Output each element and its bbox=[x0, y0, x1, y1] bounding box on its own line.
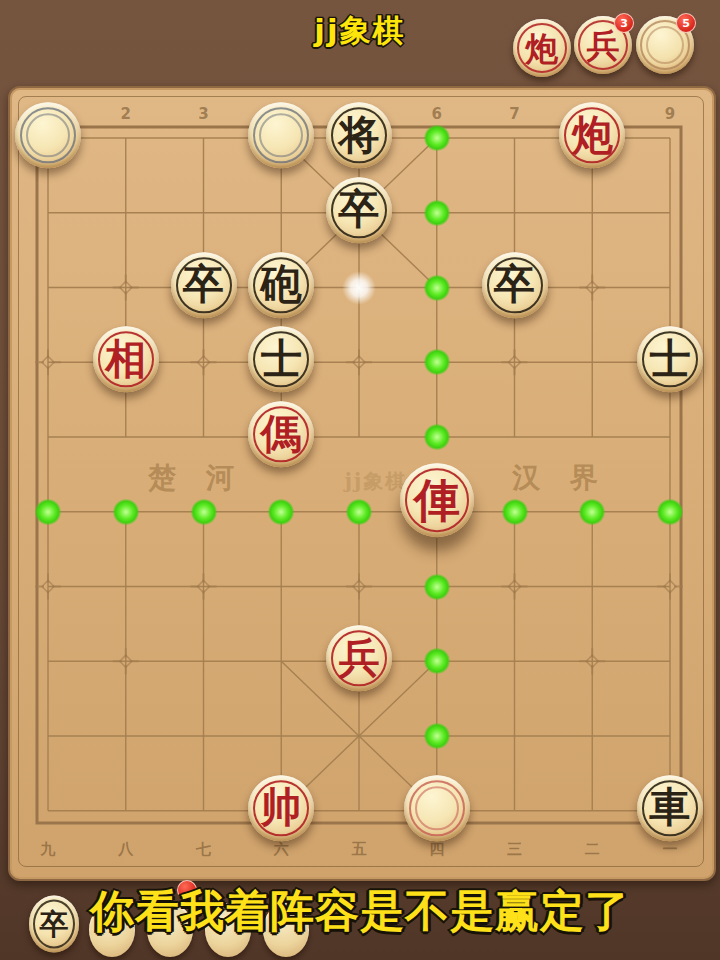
piece-glyph: 将 bbox=[339, 115, 380, 156]
move-target-dot[interactable] bbox=[424, 424, 450, 450]
piece-炮-red[interactable]: 炮 bbox=[559, 102, 625, 168]
move-target-dot[interactable] bbox=[191, 499, 217, 525]
piece-glyph: 卒 bbox=[339, 190, 380, 231]
move-target-dot[interactable] bbox=[346, 499, 372, 525]
piece-glyph: 炮 bbox=[572, 115, 613, 156]
piece-士-black[interactable]: 士 bbox=[248, 327, 314, 393]
facedown-piece-black[interactable] bbox=[248, 102, 314, 168]
file-coordinate-top: 3 bbox=[198, 105, 208, 123]
facedown-piece-red[interactable] bbox=[404, 775, 470, 841]
piece-砲-black[interactable]: 砲 bbox=[248, 252, 314, 318]
river-watermark: jj象棋 bbox=[345, 468, 407, 495]
facedown-piece-black[interactable] bbox=[15, 102, 81, 168]
file-coordinate-top: 7 bbox=[509, 105, 519, 123]
file-coordinate-bottom: 三 bbox=[507, 840, 522, 859]
move-target-dot[interactable] bbox=[424, 574, 450, 600]
piece-glyph: 士 bbox=[261, 339, 302, 380]
move-target-dot[interactable] bbox=[502, 499, 528, 525]
file-coordinate-bottom: 六 bbox=[274, 840, 289, 859]
piece-ring bbox=[409, 780, 465, 836]
move-target-dot[interactable] bbox=[424, 349, 450, 375]
piece-士-black[interactable]: 士 bbox=[637, 327, 703, 393]
move-target-dot[interactable] bbox=[113, 499, 139, 525]
piece-車-black[interactable]: 車 bbox=[637, 775, 703, 841]
app-screen: jj象棋 楚 河 jj象棋 汉 界 123456789九八七六五四三二一将炮卒卒… bbox=[0, 0, 720, 960]
file-coordinate-top: 2 bbox=[121, 105, 131, 123]
piece-俥-red[interactable]: 俥 bbox=[400, 463, 474, 537]
piece-帅-red[interactable]: 帅 bbox=[248, 775, 314, 841]
piece-glyph: 砲 bbox=[261, 264, 302, 305]
piece-glyph: 相 bbox=[105, 339, 146, 380]
last-move-marker bbox=[341, 270, 377, 306]
piece-兵-red[interactable]: 兵 bbox=[326, 626, 392, 692]
piece-卒-black[interactable]: 卒 bbox=[171, 252, 237, 318]
piece-glyph: 卒 bbox=[494, 264, 535, 305]
move-target-dot[interactable] bbox=[424, 200, 450, 226]
move-target-dot[interactable] bbox=[657, 499, 683, 525]
move-target-dot[interactable] bbox=[424, 275, 450, 301]
piece-glyph: 俥 bbox=[414, 477, 460, 523]
file-coordinate-bottom: 五 bbox=[352, 840, 367, 859]
file-coordinate-bottom: 九 bbox=[41, 840, 56, 859]
file-coordinate-bottom: 八 bbox=[118, 840, 133, 859]
piece-将-black[interactable]: 将 bbox=[326, 102, 392, 168]
file-coordinate-bottom: 七 bbox=[196, 840, 211, 859]
caption-text: 你看我着阵容是不是赢定了 bbox=[0, 882, 720, 941]
file-coordinate-bottom: 四 bbox=[429, 840, 444, 859]
piece-ring bbox=[20, 107, 76, 163]
piece-卒-black[interactable]: 卒 bbox=[482, 252, 548, 318]
river-label-left: 楚 河 bbox=[148, 459, 244, 497]
piece-glyph: 帅 bbox=[261, 788, 302, 829]
piece-glyph: 傌 bbox=[261, 414, 302, 455]
move-target-dot[interactable] bbox=[424, 723, 450, 749]
piece-glyph: 車 bbox=[650, 788, 691, 829]
move-target-dot[interactable] bbox=[268, 499, 294, 525]
river-label-right: 汉 界 bbox=[512, 459, 608, 497]
app-title: jj象棋 bbox=[0, 10, 720, 52]
piece-glyph: 士 bbox=[650, 339, 691, 380]
piece-卒-black[interactable]: 卒 bbox=[326, 177, 392, 243]
file-coordinate-bottom: 二 bbox=[585, 840, 600, 859]
move-target-dot[interactable] bbox=[424, 125, 450, 151]
piece-glyph: 兵 bbox=[339, 638, 380, 679]
piece-ring bbox=[253, 107, 309, 163]
move-target-dot[interactable] bbox=[424, 648, 450, 674]
piece-相-red[interactable]: 相 bbox=[93, 327, 159, 393]
piece-傌-red[interactable]: 傌 bbox=[248, 401, 314, 467]
move-target-dot[interactable] bbox=[35, 499, 61, 525]
move-target-dot[interactable] bbox=[579, 499, 605, 525]
file-coordinate-top: 9 bbox=[665, 105, 675, 123]
piece-glyph: 卒 bbox=[183, 264, 224, 305]
file-coordinate-bottom: 一 bbox=[663, 840, 678, 859]
file-coordinate-top: 6 bbox=[432, 105, 442, 123]
